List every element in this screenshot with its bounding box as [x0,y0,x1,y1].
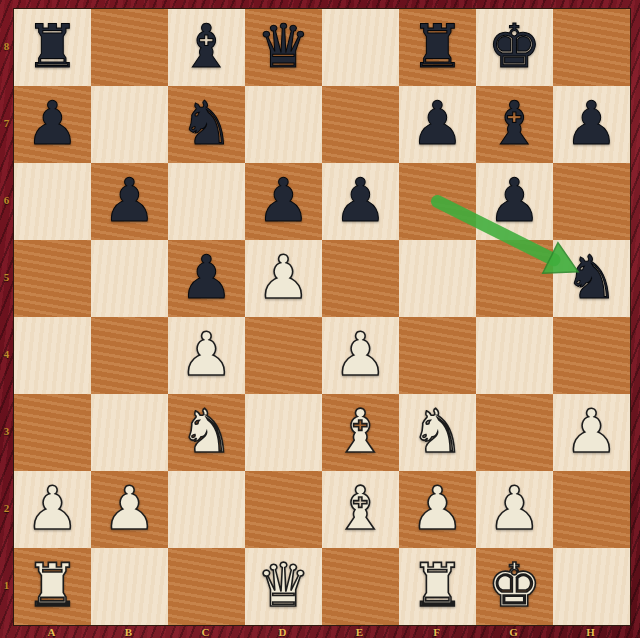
square-h4[interactable] [553,317,630,394]
black-pawn-a7[interactable]: ♟ [14,86,91,163]
white-rook-a1[interactable]: ♜ [14,548,91,625]
square-a6[interactable] [14,163,91,240]
rank-label-7: 7 [0,85,13,162]
square-g7[interactable]: ♝ [476,86,553,163]
white-pawn-a2[interactable]: ♟ [14,471,91,548]
white-pawn-c4[interactable]: ♟ [168,317,245,394]
black-pawn-c5[interactable]: ♟ [168,240,245,317]
square-h5[interactable]: ♞ [553,240,630,317]
square-d2[interactable] [245,471,322,548]
file-label-b: B [90,626,167,638]
square-h3[interactable]: ♟ [553,394,630,471]
square-h6[interactable] [553,163,630,240]
square-e2[interactable]: ♝ [322,471,399,548]
square-f1[interactable]: ♜ [399,548,476,625]
rank-label-4: 4 [0,316,13,393]
black-pawn-b6[interactable]: ♟ [91,163,168,240]
square-f4[interactable] [399,317,476,394]
square-a4[interactable] [14,317,91,394]
square-h2[interactable] [553,471,630,548]
white-pawn-g2[interactable]: ♟ [476,471,553,548]
white-knight-c3[interactable]: ♞ [168,394,245,471]
square-b2[interactable]: ♟ [91,471,168,548]
square-f2[interactable]: ♟ [399,471,476,548]
square-b6[interactable]: ♟ [91,163,168,240]
square-h1[interactable] [553,548,630,625]
black-pawn-d6[interactable]: ♟ [245,163,322,240]
square-a2[interactable]: ♟ [14,471,91,548]
white-queen-d1[interactable]: ♛ [245,548,322,625]
square-g2[interactable]: ♟ [476,471,553,548]
rank-label-3: 3 [0,393,13,470]
square-g5[interactable] [476,240,553,317]
square-b7[interactable] [91,86,168,163]
black-bishop-g7[interactable]: ♝ [476,86,553,163]
square-d5[interactable]: ♟ [245,240,322,317]
square-h8[interactable] [553,9,630,86]
square-b1[interactable] [91,548,168,625]
white-pawn-b2[interactable]: ♟ [91,471,168,548]
square-c6[interactable] [168,163,245,240]
black-knight-c7[interactable]: ♞ [168,86,245,163]
black-bishop-c8[interactable]: ♝ [168,9,245,86]
file-label-e: E [321,626,398,638]
square-g6[interactable]: ♟ [476,163,553,240]
chess-board[interactable]: ♜♝♛♜♚♟♞♟♝♟♟♟♟♟♟♟♞♟♟♞♝♞♟♟♟♝♟♟♜♛♜♚ [13,8,631,626]
black-knight-h5[interactable]: ♞ [553,240,630,317]
white-king-g1[interactable]: ♚ [476,548,553,625]
file-label-g: G [475,626,552,638]
square-c7[interactable]: ♞ [168,86,245,163]
square-e6[interactable]: ♟ [322,163,399,240]
file-label-h: H [552,626,629,638]
square-a7[interactable]: ♟ [14,86,91,163]
white-knight-f3[interactable]: ♞ [399,394,476,471]
square-c1[interactable] [168,548,245,625]
square-g1[interactable]: ♚ [476,548,553,625]
rank-label-5: 5 [0,239,13,316]
square-d8[interactable]: ♛ [245,9,322,86]
square-f6[interactable] [399,163,476,240]
square-f3[interactable]: ♞ [399,394,476,471]
white-rook-f1[interactable]: ♜ [399,548,476,625]
square-h7[interactable]: ♟ [553,86,630,163]
square-g8[interactable]: ♚ [476,9,553,86]
black-king-g8[interactable]: ♚ [476,9,553,86]
square-c8[interactable]: ♝ [168,9,245,86]
square-f5[interactable] [399,240,476,317]
black-queen-d8[interactable]: ♛ [245,9,322,86]
file-label-d: D [244,626,321,638]
board-frame: ♜♝♛♜♚♟♞♟♝♟♟♟♟♟♟♟♞♟♟♞♝♞♟♟♟♝♟♟♜♛♜♚ 8765432… [0,0,640,638]
rank-label-2: 2 [0,470,13,547]
square-e8[interactable] [322,9,399,86]
square-b8[interactable] [91,9,168,86]
square-f7[interactable]: ♟ [399,86,476,163]
file-label-c: C [167,626,244,638]
white-pawn-f2[interactable]: ♟ [399,471,476,548]
white-pawn-h3[interactable]: ♟ [553,394,630,471]
black-rook-a8[interactable]: ♜ [14,9,91,86]
square-g3[interactable] [476,394,553,471]
square-f8[interactable]: ♜ [399,9,476,86]
rank-label-6: 6 [0,162,13,239]
black-rook-f8[interactable]: ♜ [399,9,476,86]
square-e1[interactable] [322,548,399,625]
square-c4[interactable]: ♟ [168,317,245,394]
square-d4[interactable] [245,317,322,394]
white-bishop-e2[interactable]: ♝ [322,471,399,548]
square-a5[interactable] [14,240,91,317]
square-d3[interactable] [245,394,322,471]
rank-label-1: 1 [0,547,13,624]
square-a8[interactable]: ♜ [14,9,91,86]
square-a1[interactable]: ♜ [14,548,91,625]
square-e7[interactable] [322,86,399,163]
square-e5[interactable] [322,240,399,317]
file-label-f: F [398,626,475,638]
white-pawn-e4[interactable]: ♟ [322,317,399,394]
square-b3[interactable] [91,394,168,471]
square-d6[interactable]: ♟ [245,163,322,240]
black-pawn-g6[interactable]: ♟ [476,163,553,240]
white-bishop-e3[interactable]: ♝ [322,394,399,471]
square-a3[interactable] [14,394,91,471]
square-b4[interactable] [91,317,168,394]
square-e4[interactable]: ♟ [322,317,399,394]
square-c3[interactable]: ♞ [168,394,245,471]
square-b5[interactable] [91,240,168,317]
square-e3[interactable]: ♝ [322,394,399,471]
square-d7[interactable] [245,86,322,163]
square-g4[interactable] [476,317,553,394]
square-d1[interactable]: ♛ [245,548,322,625]
black-pawn-e6[interactable]: ♟ [322,163,399,240]
rank-label-8: 8 [0,8,13,85]
white-pawn-d5[interactable]: ♟ [245,240,322,317]
file-label-a: A [13,626,90,638]
square-c5[interactable]: ♟ [168,240,245,317]
square-c2[interactable] [168,471,245,548]
black-pawn-f7[interactable]: ♟ [399,86,476,163]
black-pawn-h7[interactable]: ♟ [553,86,630,163]
